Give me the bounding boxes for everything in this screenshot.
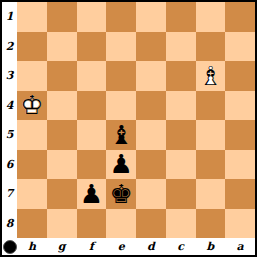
square-f2[interactable]: [77, 32, 107, 62]
square-e4[interactable]: [106, 91, 136, 121]
square-d1[interactable]: [136, 2, 166, 32]
square-h7[interactable]: [17, 179, 47, 209]
square-h4[interactable]: ♚♔: [17, 91, 47, 121]
black-to-move-indicator: [3, 240, 17, 254]
square-h3[interactable]: [17, 61, 47, 91]
black-pawn[interactable]: ♟: [77, 179, 107, 209]
square-b5[interactable]: [196, 120, 226, 150]
square-g5[interactable]: [47, 120, 77, 150]
square-a3[interactable]: [225, 61, 255, 91]
square-e1[interactable]: [106, 2, 136, 32]
square-c3[interactable]: [166, 61, 196, 91]
square-c4[interactable]: [166, 91, 196, 121]
file-label-a: a: [225, 238, 255, 255]
square-e5[interactable]: ♝: [106, 120, 136, 150]
square-d7[interactable]: [136, 179, 166, 209]
square-g3[interactable]: [47, 61, 77, 91]
square-d8[interactable]: [136, 209, 166, 239]
square-a7[interactable]: [225, 179, 255, 209]
square-d2[interactable]: [136, 32, 166, 62]
rank-label-6: 6: [2, 150, 17, 180]
rank-labels: 12345678: [2, 2, 17, 238]
square-c5[interactable]: [166, 120, 196, 150]
square-b6[interactable]: [196, 150, 226, 180]
black-king[interactable]: ♚: [106, 179, 136, 209]
square-f5[interactable]: [77, 120, 107, 150]
file-label-b: b: [196, 238, 226, 255]
square-f3[interactable]: [77, 61, 107, 91]
square-a6[interactable]: [225, 150, 255, 180]
file-label-d: d: [136, 238, 166, 255]
square-e2[interactable]: [106, 32, 136, 62]
square-g6[interactable]: [47, 150, 77, 180]
chess-diagram: 12345678 ♝♗♚♔♝♟♟♚ hgfedcba: [0, 0, 257, 257]
square-a8[interactable]: [225, 209, 255, 239]
square-e6[interactable]: ♟: [106, 150, 136, 180]
file-label-f: f: [77, 238, 107, 255]
square-g7[interactable]: [47, 179, 77, 209]
file-label-e: e: [106, 238, 136, 255]
square-e8[interactable]: [106, 209, 136, 239]
square-d6[interactable]: [136, 150, 166, 180]
square-d4[interactable]: [136, 91, 166, 121]
rank-label-8: 8: [2, 209, 17, 239]
square-f8[interactable]: [77, 209, 107, 239]
square-c8[interactable]: [166, 209, 196, 239]
rank-label-1: 1: [2, 2, 17, 32]
square-c2[interactable]: [166, 32, 196, 62]
square-a2[interactable]: [225, 32, 255, 62]
square-b4[interactable]: [196, 91, 226, 121]
square-g4[interactable]: [47, 91, 77, 121]
square-a1[interactable]: [225, 2, 255, 32]
file-label-h: h: [17, 238, 47, 255]
rank-label-2: 2: [2, 32, 17, 62]
square-f7[interactable]: ♟: [77, 179, 107, 209]
square-g2[interactable]: [47, 32, 77, 62]
white-king[interactable]: ♚♔: [17, 91, 47, 121]
square-d3[interactable]: [136, 61, 166, 91]
white-bishop[interactable]: ♝♗: [196, 61, 226, 91]
file-label-g: g: [47, 238, 77, 255]
square-g8[interactable]: [47, 209, 77, 239]
square-c6[interactable]: [166, 150, 196, 180]
square-h8[interactable]: [17, 209, 47, 239]
square-f6[interactable]: [77, 150, 107, 180]
square-e3[interactable]: [106, 61, 136, 91]
rank-label-5: 5: [2, 120, 17, 150]
square-b1[interactable]: [196, 2, 226, 32]
square-a5[interactable]: [225, 120, 255, 150]
file-labels: hgfedcba: [17, 238, 255, 255]
square-f1[interactable]: [77, 2, 107, 32]
square-b2[interactable]: [196, 32, 226, 62]
rank-label-4: 4: [2, 91, 17, 121]
square-b3[interactable]: ♝♗: [196, 61, 226, 91]
square-b7[interactable]: [196, 179, 226, 209]
file-label-c: c: [166, 238, 196, 255]
square-h5[interactable]: [17, 120, 47, 150]
square-c7[interactable]: [166, 179, 196, 209]
square-b8[interactable]: [196, 209, 226, 239]
chess-board[interactable]: ♝♗♚♔♝♟♟♚: [17, 2, 255, 238]
square-h2[interactable]: [17, 32, 47, 62]
rank-label-7: 7: [2, 179, 17, 209]
square-h1[interactable]: [17, 2, 47, 32]
black-bishop[interactable]: ♝: [106, 120, 136, 150]
square-d5[interactable]: [136, 120, 166, 150]
square-c1[interactable]: [166, 2, 196, 32]
square-f4[interactable]: [77, 91, 107, 121]
black-pawn[interactable]: ♟: [106, 150, 136, 180]
rank-label-3: 3: [2, 61, 17, 91]
square-e7[interactable]: ♚: [106, 179, 136, 209]
square-a4[interactable]: [225, 91, 255, 121]
square-h6[interactable]: [17, 150, 47, 180]
square-g1[interactable]: [47, 2, 77, 32]
